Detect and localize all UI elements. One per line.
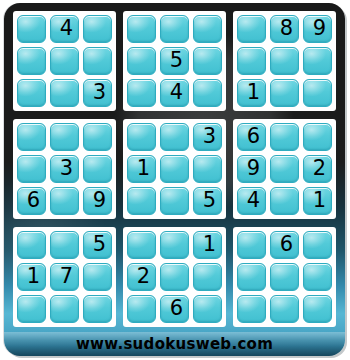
sudoku-cell-r6c5[interactable] xyxy=(160,187,189,215)
sudoku-cell-r4c9[interactable] xyxy=(303,123,332,151)
sudoku-cell-r9c1[interactable] xyxy=(17,295,46,323)
sudoku-cell-r9c6[interactable] xyxy=(193,295,222,323)
sudoku-cell-r1c5[interactable] xyxy=(160,15,189,43)
sudoku-cell-r2c1[interactable] xyxy=(17,47,46,75)
given-digit: 1 xyxy=(27,266,40,287)
given-digit: 2 xyxy=(313,158,326,179)
given-digit: 3 xyxy=(203,126,216,147)
sudoku-cell-r1c9[interactable]: 9 xyxy=(303,15,332,43)
sudoku-board-frame: 4354891369315692415171266 www.sudokusweb… xyxy=(4,3,345,356)
sudoku-box-2-2: 315 xyxy=(123,119,226,219)
sudoku-cell-r8c1[interactable]: 1 xyxy=(17,263,46,291)
sudoku-cell-r1c6[interactable] xyxy=(193,15,222,43)
sudoku-box-1-1: 43 xyxy=(13,11,116,111)
given-digit: 7 xyxy=(60,266,73,287)
given-digit: 1 xyxy=(203,234,216,255)
sudoku-cell-r3c7[interactable]: 1 xyxy=(237,79,266,107)
sudoku-cell-r2c5[interactable]: 5 xyxy=(160,47,189,75)
sudoku-cell-r5c4[interactable]: 1 xyxy=(127,155,156,183)
given-digit: 9 xyxy=(313,18,326,39)
given-digit: 3 xyxy=(60,158,73,179)
sudoku-box-2-1: 369 xyxy=(13,119,116,219)
sudoku-cell-r6c1[interactable]: 6 xyxy=(17,187,46,215)
given-digit: 9 xyxy=(93,190,106,211)
sudoku-cell-r9c4[interactable] xyxy=(127,295,156,323)
given-digit: 1 xyxy=(137,158,150,179)
sudoku-cell-r6c8[interactable] xyxy=(270,187,299,215)
sudoku-cell-r1c7[interactable] xyxy=(237,15,266,43)
sudoku-screenshot: 4354891369315692415171266 www.sudokusweb… xyxy=(0,0,350,360)
sudoku-cell-r8c6[interactable] xyxy=(193,263,222,291)
sudoku-cell-r2c7[interactable] xyxy=(237,47,266,75)
website-url-label: www.sudokusweb.com xyxy=(76,335,273,353)
given-digit: 9 xyxy=(247,158,260,179)
sudoku-cell-r4c6[interactable]: 3 xyxy=(193,123,222,151)
sudoku-cell-r4c1[interactable] xyxy=(17,123,46,151)
sudoku-cell-r8c5[interactable] xyxy=(160,263,189,291)
sudoku-cell-r2c9[interactable] xyxy=(303,47,332,75)
sudoku-cell-r5c7[interactable]: 9 xyxy=(237,155,266,183)
sudoku-cell-r6c2[interactable] xyxy=(50,187,79,215)
sudoku-cell-r9c8[interactable] xyxy=(270,295,299,323)
sudoku-cell-r6c9[interactable]: 1 xyxy=(303,187,332,215)
sudoku-cell-r7c9[interactable] xyxy=(303,231,332,259)
given-digit: 4 xyxy=(170,82,183,103)
sudoku-cell-r8c7[interactable] xyxy=(237,263,266,291)
given-digit: 4 xyxy=(247,190,260,211)
sudoku-cell-r5c5[interactable] xyxy=(160,155,189,183)
sudoku-cell-r1c2[interactable]: 4 xyxy=(50,15,79,43)
sudoku-cell-r2c3[interactable] xyxy=(83,47,112,75)
sudoku-cell-r4c5[interactable] xyxy=(160,123,189,151)
sudoku-cell-r1c1[interactable] xyxy=(17,15,46,43)
given-digit: 5 xyxy=(93,234,106,255)
sudoku-cell-r4c4[interactable] xyxy=(127,123,156,151)
sudoku-cell-r7c2[interactable] xyxy=(50,231,79,259)
sudoku-cell-r4c7[interactable]: 6 xyxy=(237,123,266,151)
sudoku-cell-r6c3[interactable]: 9 xyxy=(83,187,112,215)
sudoku-box-3-3: 6 xyxy=(233,227,336,327)
sudoku-cell-r7c1[interactable] xyxy=(17,231,46,259)
sudoku-cell-r1c3[interactable] xyxy=(83,15,112,43)
sudoku-cell-r9c5[interactable]: 6 xyxy=(160,295,189,323)
sudoku-cell-r7c4[interactable] xyxy=(127,231,156,259)
sudoku-box-1-3: 891 xyxy=(233,11,336,111)
sudoku-cell-r3c4[interactable] xyxy=(127,79,156,107)
sudoku-cell-r9c3[interactable] xyxy=(83,295,112,323)
given-digit: 2 xyxy=(137,266,150,287)
sudoku-cell-r8c2[interactable]: 7 xyxy=(50,263,79,291)
sudoku-cell-r6c6[interactable]: 5 xyxy=(193,187,222,215)
given-digit: 4 xyxy=(60,18,73,39)
sudoku-cell-r9c9[interactable] xyxy=(303,295,332,323)
footer-bar: www.sudokusweb.com xyxy=(4,332,345,356)
given-digit: 8 xyxy=(280,18,293,39)
given-digit: 3 xyxy=(93,82,106,103)
given-digit: 6 xyxy=(27,190,40,211)
sudoku-cell-r3c8[interactable] xyxy=(270,79,299,107)
sudoku-cell-r6c4[interactable] xyxy=(127,187,156,215)
sudoku-cell-r4c8[interactable] xyxy=(270,123,299,151)
given-digit: 1 xyxy=(313,190,326,211)
sudoku-cell-r7c3[interactable]: 5 xyxy=(83,231,112,259)
sudoku-cell-r8c4[interactable]: 2 xyxy=(127,263,156,291)
sudoku-cell-r7c6[interactable]: 1 xyxy=(193,231,222,259)
sudoku-cell-r1c8[interactable]: 8 xyxy=(270,15,299,43)
sudoku-cell-r3c2[interactable] xyxy=(50,79,79,107)
sudoku-cell-r2c6[interactable] xyxy=(193,47,222,75)
sudoku-grid: 4354891369315692415171266 xyxy=(13,11,336,327)
sudoku-cell-r9c7[interactable] xyxy=(237,295,266,323)
sudoku-cell-r7c7[interactable] xyxy=(237,231,266,259)
sudoku-cell-r1c4[interactable] xyxy=(127,15,156,43)
sudoku-cell-r8c3[interactable] xyxy=(83,263,112,291)
sudoku-cell-r5c2[interactable]: 3 xyxy=(50,155,79,183)
given-digit: 1 xyxy=(247,82,260,103)
sudoku-cell-r3c3[interactable]: 3 xyxy=(83,79,112,107)
sudoku-cell-r3c1[interactable] xyxy=(17,79,46,107)
sudoku-cell-r2c2[interactable] xyxy=(50,47,79,75)
sudoku-cell-r2c4[interactable] xyxy=(127,47,156,75)
sudoku-cell-r5c9[interactable]: 2 xyxy=(303,155,332,183)
given-digit: 5 xyxy=(203,190,216,211)
sudoku-cell-r4c3[interactable] xyxy=(83,123,112,151)
given-digit: 6 xyxy=(170,298,183,319)
given-digit: 5 xyxy=(170,50,183,71)
sudoku-box-2-3: 69241 xyxy=(233,119,336,219)
given-digit: 6 xyxy=(280,234,293,255)
sudoku-cell-r7c5[interactable] xyxy=(160,231,189,259)
sudoku-box-3-1: 517 xyxy=(13,227,116,327)
sudoku-cell-r4c2[interactable] xyxy=(50,123,79,151)
sudoku-cell-r2c8[interactable] xyxy=(270,47,299,75)
sudoku-cell-r8c9[interactable] xyxy=(303,263,332,291)
sudoku-cell-r3c5[interactable]: 4 xyxy=(160,79,189,107)
sudoku-cell-r6c7[interactable]: 4 xyxy=(237,187,266,215)
sudoku-cell-r5c8[interactable] xyxy=(270,155,299,183)
sudoku-box-1-2: 54 xyxy=(123,11,226,111)
given-digit: 6 xyxy=(247,126,260,147)
sudoku-cell-r7c8[interactable]: 6 xyxy=(270,231,299,259)
sudoku-cell-r5c6[interactable] xyxy=(193,155,222,183)
sudoku-cell-r8c8[interactable] xyxy=(270,263,299,291)
sudoku-box-3-2: 126 xyxy=(123,227,226,327)
sudoku-cell-r5c3[interactable] xyxy=(83,155,112,183)
sudoku-cell-r9c2[interactable] xyxy=(50,295,79,323)
sudoku-cell-r5c1[interactable] xyxy=(17,155,46,183)
sudoku-cell-r3c9[interactable] xyxy=(303,79,332,107)
sudoku-cell-r3c6[interactable] xyxy=(193,79,222,107)
